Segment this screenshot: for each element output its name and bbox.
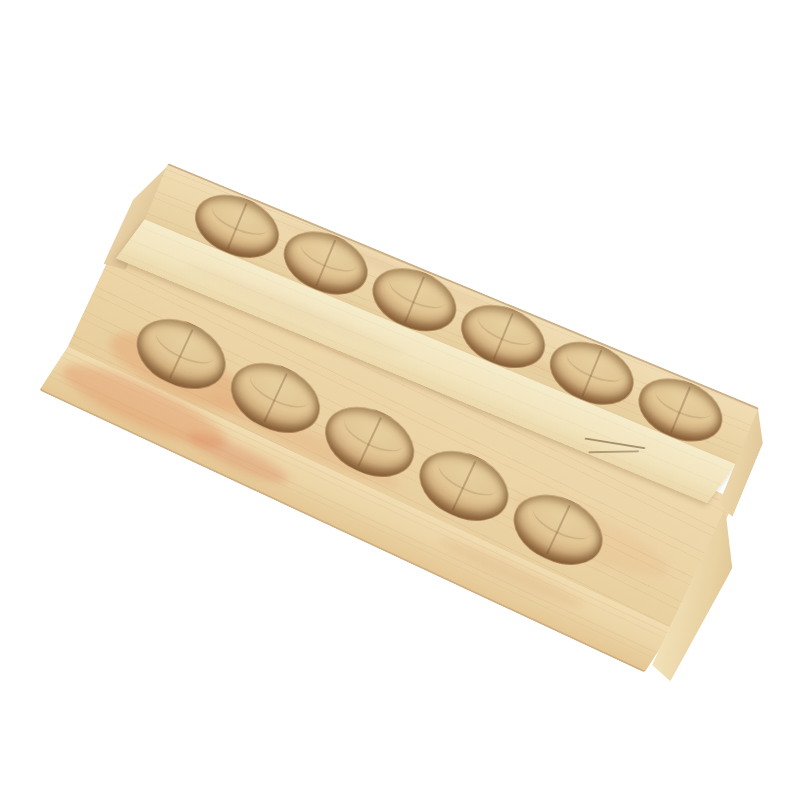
product-photo-scene <box>0 0 800 800</box>
wood-crack-mark <box>584 438 645 450</box>
